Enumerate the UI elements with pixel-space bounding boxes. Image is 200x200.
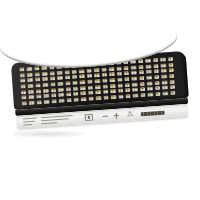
filter-cell (154, 80, 160, 84)
filter-cell (96, 96, 102, 100)
filter-cell (147, 87, 153, 91)
filter-cell (35, 77, 41, 81)
filter-cell (118, 94, 124, 98)
label-text-line (23, 123, 32, 125)
filter-cell (109, 72, 115, 76)
filter-cell (28, 89, 34, 93)
filter-cell (44, 100, 50, 104)
filter-cell (57, 82, 63, 86)
filter-cell (146, 75, 152, 79)
filter-cell (43, 88, 49, 92)
filter-cell (101, 67, 107, 71)
brand-text-smudge (141, 110, 165, 116)
filter-cell (95, 90, 101, 94)
filter-cell (170, 91, 176, 95)
filter-cell (72, 75, 78, 79)
filter-cell (65, 81, 71, 85)
filter-cell (27, 72, 33, 76)
filter-cell (20, 73, 26, 77)
filter-cell (153, 69, 159, 73)
filter-cell (80, 80, 86, 84)
filter-cell (29, 101, 35, 105)
filter-cell (50, 82, 56, 86)
filter-cell (118, 89, 124, 93)
filter-cell (42, 71, 48, 75)
filter-cartridge: ⚠ (11, 51, 190, 129)
filter-cell (169, 79, 175, 83)
filter-cell (147, 81, 153, 85)
filter-cell (57, 70, 63, 74)
filter-cell (146, 64, 152, 68)
filter-cell (86, 68, 92, 72)
filter-cell (64, 70, 70, 74)
filter-cell (19, 67, 25, 71)
filter-cell (28, 84, 34, 88)
filter-cell (66, 92, 72, 96)
filter-cell (139, 76, 145, 80)
filter-cell (169, 74, 175, 78)
filter-cell (73, 97, 79, 101)
filter-cell (116, 66, 122, 70)
filter-cell (87, 74, 93, 78)
temperature-icon (114, 112, 119, 118)
filter-cell (161, 74, 167, 78)
filter-cell (110, 84, 116, 88)
filter-cell (80, 86, 86, 90)
filter-cell (139, 82, 145, 86)
filter-cell (102, 84, 108, 88)
filter-cell (72, 81, 78, 85)
filter-cell (162, 80, 168, 84)
filter-cell (132, 76, 138, 80)
filter-cell (102, 78, 108, 82)
filter-cell (145, 58, 151, 62)
filter-cell (71, 69, 77, 73)
filter-cell (153, 58, 159, 62)
filter-cell (87, 79, 93, 83)
filter-cell (110, 89, 116, 93)
filter-cell (117, 83, 123, 87)
filter-cell (133, 93, 139, 97)
filter-cell (161, 69, 167, 73)
filter-cell (162, 86, 168, 90)
filter-cell (79, 74, 85, 78)
filter-cell (36, 100, 42, 104)
filter-cell (153, 64, 159, 68)
filter-cell (167, 57, 173, 61)
filter-cell (125, 94, 131, 98)
filter-cell (43, 83, 49, 87)
warning-triangle-icon: ⚠ (127, 111, 134, 118)
filter-cell (36, 94, 42, 98)
filter-cell (64, 75, 70, 79)
filter-cell (124, 71, 130, 75)
filter-cell (131, 71, 137, 75)
filter-cell (73, 92, 79, 96)
filter-cell (88, 96, 94, 100)
filter-cell (155, 92, 161, 96)
filter-cell (125, 88, 131, 92)
filter-cell (102, 73, 108, 77)
filter-cell (66, 98, 72, 102)
filter-cell (43, 94, 49, 98)
filter-cell (79, 69, 85, 73)
label-text-line (41, 118, 69, 121)
filter-cell (20, 84, 26, 88)
filter-cell (58, 93, 64, 97)
filter-cell (160, 57, 166, 61)
filter-cell (131, 65, 137, 69)
filter-cell (123, 66, 129, 70)
filter-cell (21, 90, 27, 94)
filter-cell (168, 68, 174, 72)
label-text-line (41, 122, 57, 124)
filter-cell (50, 76, 56, 80)
filter-cell (94, 73, 100, 77)
filter-cell (109, 78, 115, 82)
filter-cell (35, 83, 41, 87)
filter-cell (138, 65, 144, 69)
product-photo: ⚠ (0, 0, 200, 200)
filter-cell (168, 63, 174, 67)
filter-cell (51, 99, 57, 103)
filter-cell (95, 85, 101, 89)
filter-cell (36, 89, 42, 93)
filter-cell (154, 75, 160, 79)
filter-cell (20, 79, 26, 83)
filter-cell (29, 95, 35, 99)
filter-cell (58, 87, 64, 91)
filter-cell (125, 83, 131, 87)
dash-icon (103, 115, 108, 117)
label-text-line (23, 118, 37, 120)
filter-cell (169, 85, 175, 89)
filter-cell (109, 67, 115, 71)
filter-cell (140, 93, 146, 97)
manual-box-icon (85, 114, 93, 122)
filter-cell (50, 88, 56, 92)
filter-cell (21, 95, 27, 99)
filter-cell (22, 101, 28, 105)
filter-cell (103, 90, 109, 94)
filter-cell (148, 92, 154, 96)
filter-cell (116, 72, 122, 76)
filter-cell (95, 79, 101, 83)
filter-cell (80, 91, 86, 95)
filter-cell (27, 78, 33, 82)
label-text-line (23, 120, 35, 122)
filter-cell (34, 66, 40, 70)
filter-cell (139, 70, 145, 74)
filter-cell (111, 95, 117, 99)
filter-cell (117, 77, 123, 81)
filter-cell (27, 67, 33, 71)
filter-cell (34, 72, 40, 76)
filter-cell (49, 71, 55, 75)
filter-cell (87, 85, 93, 89)
filter-cell (94, 68, 100, 72)
filter-cell (81, 97, 87, 101)
label-text-block (23, 118, 37, 126)
filter-cell (140, 87, 146, 91)
filter-cell (138, 59, 144, 63)
filter-cell (42, 77, 48, 81)
filter-cell (146, 70, 152, 74)
filter-cell (73, 86, 79, 90)
filter-cell (65, 87, 71, 91)
filter-cell (103, 95, 109, 99)
filter-cell (88, 91, 94, 95)
filter-cell (57, 76, 63, 80)
filter-cell (132, 82, 138, 86)
filter-cell (162, 91, 168, 95)
filter-cell (155, 86, 161, 90)
filter-cell (59, 98, 65, 102)
filter-cell (124, 77, 130, 81)
label-text-block (41, 115, 73, 124)
product-shadow (14, 130, 94, 138)
filter-cell (132, 88, 138, 92)
filter-cell (51, 93, 57, 97)
filter-cell (160, 63, 166, 67)
